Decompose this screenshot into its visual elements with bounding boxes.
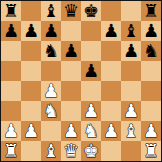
square-f4[interactable] [101, 81, 121, 101]
square-e1[interactable]: ♚ [81, 141, 101, 161]
piece-white-queen[interactable]: ♛ [63, 141, 79, 161]
piece-white-pawn[interactable]: ♟ [83, 101, 99, 121]
piece-white-pawn[interactable]: ♟ [43, 81, 59, 101]
square-b2[interactable]: ♟ [21, 121, 41, 141]
piece-black-pawn[interactable]: ♟ [83, 61, 99, 81]
square-d8[interactable]: ♛ [61, 1, 81, 21]
piece-white-pawn[interactable]: ♟ [23, 121, 39, 141]
piece-black-bishop[interactable]: ♝ [123, 21, 139, 41]
square-h6[interactable]: ♞ [141, 41, 161, 61]
piece-white-pawn[interactable]: ♟ [143, 121, 159, 141]
piece-black-bishop[interactable]: ♝ [43, 1, 59, 21]
piece-black-pawn[interactable]: ♟ [123, 41, 139, 61]
square-g7[interactable]: ♝ [121, 21, 141, 41]
square-e8[interactable]: ♚ [81, 1, 101, 21]
square-d2[interactable]: ♟ [61, 121, 81, 141]
square-e2[interactable]: ♞ [81, 121, 101, 141]
square-a5[interactable] [1, 61, 21, 81]
piece-white-knight[interactable]: ♞ [83, 121, 99, 141]
square-b4[interactable] [21, 81, 41, 101]
square-a2[interactable]: ♟ [1, 121, 21, 141]
piece-white-pawn[interactable]: ♟ [103, 121, 119, 141]
square-b5[interactable] [21, 61, 41, 81]
square-h1[interactable]: ♜ [141, 141, 161, 161]
square-g5[interactable] [121, 61, 141, 81]
square-b3[interactable] [21, 101, 41, 121]
square-g8[interactable] [121, 1, 141, 21]
square-g6[interactable]: ♟ [121, 41, 141, 61]
piece-white-rook[interactable]: ♜ [3, 141, 19, 161]
square-b6[interactable] [21, 41, 41, 61]
square-a6[interactable] [1, 41, 21, 61]
piece-black-rook[interactable]: ♜ [143, 1, 159, 21]
square-f8[interactable] [101, 1, 121, 21]
square-e3[interactable]: ♟ [81, 101, 101, 121]
square-h3[interactable] [141, 101, 161, 121]
square-c7[interactable]: ♟ [41, 21, 61, 41]
square-f1[interactable] [101, 141, 121, 161]
square-d4[interactable] [61, 81, 81, 101]
square-f2[interactable]: ♟ [101, 121, 121, 141]
square-f5[interactable] [101, 61, 121, 81]
piece-black-queen[interactable]: ♛ [63, 1, 79, 21]
square-h4[interactable] [141, 81, 161, 101]
square-h2[interactable]: ♟ [141, 121, 161, 141]
piece-black-rook[interactable]: ♜ [3, 1, 19, 21]
piece-white-pawn[interactable]: ♟ [3, 121, 19, 141]
square-e4[interactable] [81, 81, 101, 101]
square-g2[interactable]: ♝ [121, 121, 141, 141]
square-c8[interactable]: ♝ [41, 1, 61, 21]
square-f3[interactable] [101, 101, 121, 121]
square-e7[interactable] [81, 21, 101, 41]
square-g1[interactable] [121, 141, 141, 161]
square-a1[interactable]: ♜ [1, 141, 21, 161]
square-h7[interactable]: ♟ [141, 21, 161, 41]
square-d7[interactable] [61, 21, 81, 41]
square-c6[interactable]: ♞ [41, 41, 61, 61]
square-g4[interactable] [121, 81, 141, 101]
square-c3[interactable]: ♞ [41, 101, 61, 121]
square-b1[interactable] [21, 141, 41, 161]
piece-white-pawn[interactable]: ♟ [63, 121, 79, 141]
square-a8[interactable]: ♜ [1, 1, 21, 21]
square-g3[interactable]: ♟ [121, 101, 141, 121]
square-b7[interactable]: ♟ [21, 21, 41, 41]
piece-black-king[interactable]: ♚ [83, 1, 99, 21]
piece-black-knight[interactable]: ♞ [143, 41, 159, 61]
piece-white-knight[interactable]: ♞ [43, 101, 59, 121]
square-e5[interactable]: ♟ [81, 61, 101, 81]
square-a4[interactable] [1, 81, 21, 101]
square-d3[interactable] [61, 101, 81, 121]
piece-white-rook[interactable]: ♜ [143, 141, 159, 161]
piece-white-bishop[interactable]: ♝ [43, 141, 59, 161]
square-c1[interactable]: ♝ [41, 141, 61, 161]
square-c2[interactable] [41, 121, 61, 141]
piece-white-king[interactable]: ♚ [83, 141, 99, 161]
square-h5[interactable] [141, 61, 161, 81]
piece-black-pawn[interactable]: ♟ [63, 41, 79, 61]
square-d6[interactable]: ♟ [61, 41, 81, 61]
square-a7[interactable]: ♟ [1, 21, 21, 41]
square-c5[interactable] [41, 61, 61, 81]
square-b8[interactable] [21, 1, 41, 21]
square-f6[interactable] [101, 41, 121, 61]
piece-black-pawn[interactable]: ♟ [103, 21, 119, 41]
square-f7[interactable]: ♟ [101, 21, 121, 41]
square-c4[interactable]: ♟ [41, 81, 61, 101]
piece-black-pawn[interactable]: ♟ [3, 21, 19, 41]
chess-board: ♜♝♛♚♜♟♟♟♟♝♟♞♟♟♞♟♟♞♟♟♟♟♟♞♟♝♟♜♝♛♚♜ [0, 0, 162, 162]
piece-black-knight[interactable]: ♞ [43, 41, 59, 61]
square-a3[interactable] [1, 101, 21, 121]
square-d1[interactable]: ♛ [61, 141, 81, 161]
piece-white-bishop[interactable]: ♝ [123, 121, 139, 141]
square-e6[interactable] [81, 41, 101, 61]
piece-black-pawn[interactable]: ♟ [143, 21, 159, 41]
piece-white-pawn[interactable]: ♟ [123, 101, 139, 121]
square-h8[interactable]: ♜ [141, 1, 161, 21]
square-d5[interactable] [61, 61, 81, 81]
piece-black-pawn[interactable]: ♟ [23, 21, 39, 41]
piece-black-pawn[interactable]: ♟ [43, 21, 59, 41]
